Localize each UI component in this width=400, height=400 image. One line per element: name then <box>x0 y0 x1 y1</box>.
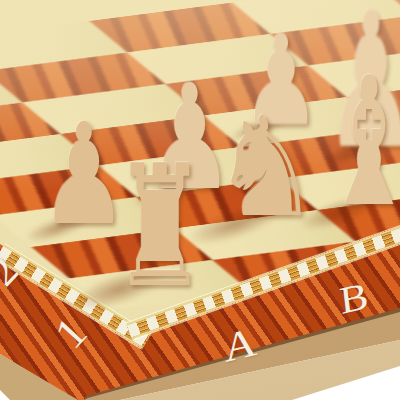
piece-white-bishop-c2[interactable]: ♝ <box>323 54 400 232</box>
chessboard-photo: A B 1 2 ♜ ♞ ♝ ♟ ♟ ♟ ♟ <box>0 0 400 400</box>
file-label-a: A <box>221 321 258 369</box>
piece-white-rook-a1[interactable]: ♜ <box>113 143 206 311</box>
file-label-b: B <box>338 276 371 320</box>
piece-white-knight-b2[interactable]: ♞ <box>212 99 321 237</box>
